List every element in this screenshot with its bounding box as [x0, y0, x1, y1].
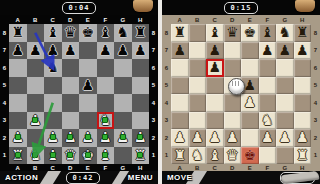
piece-team-marker-dot: [50, 134, 56, 140]
file-label-G: G: [114, 165, 132, 171]
square-d2[interactable]: ♟: [224, 129, 242, 147]
piece-black-knight-g8: ♞: [278, 24, 291, 41]
square-e4[interactable]: [79, 94, 97, 112]
square-f7[interactable]: ♟: [97, 42, 115, 60]
square-g6[interactable]: [276, 59, 294, 77]
right-file-labels-top: ABCDEFGH: [171, 15, 320, 24]
piece-white-rook-a1: ♜: [173, 147, 186, 164]
rank-label-2: 2: [0, 129, 9, 147]
piece-team-marker-dot: [85, 134, 91, 140]
square-d6[interactable]: [224, 59, 242, 77]
square-c4[interactable]: [206, 94, 224, 112]
square-a6[interactable]: [171, 59, 189, 77]
piece-white-bishop-c1: ♝: [208, 147, 221, 164]
piece-team-marker-dot: [102, 152, 108, 158]
piece-black-pawn-d7: ♟: [64, 42, 77, 59]
square-g5[interactable]: [276, 77, 294, 95]
piece-white-king-e1: ♚: [243, 147, 256, 164]
file-label-A: A: [171, 165, 189, 171]
square-e1[interactable]: ♚: [79, 147, 97, 165]
photo-wedge: [40, 171, 61, 184]
square-b6[interactable]: [189, 59, 207, 77]
square-b4[interactable]: [27, 94, 45, 112]
photo-wedge: [112, 171, 129, 184]
square-h8[interactable]: ♜: [132, 24, 150, 42]
piece-team-marker-dot: [50, 152, 56, 158]
square-e7[interactable]: [241, 42, 259, 60]
square-d4[interactable]: [62, 94, 80, 112]
piece-team-marker-dot: [15, 152, 21, 158]
square-b5[interactable]: [27, 77, 45, 95]
square-a4[interactable]: [171, 94, 189, 112]
rank-label-8: 8: [149, 24, 158, 42]
left-top-bar: 0:04: [0, 0, 158, 15]
square-d1[interactable]: ♛: [62, 147, 80, 165]
piece-black-knight-g8: ♞: [116, 24, 129, 41]
square-f6[interactable]: [97, 59, 115, 77]
file-label-D: D: [62, 165, 80, 171]
piece-team-marker-dot: [137, 152, 143, 158]
rank-label-7: 7: [149, 42, 158, 60]
file-label-B: B: [27, 165, 45, 171]
square-c1[interactable]: ♝: [44, 147, 62, 165]
file-label-E: E: [241, 165, 259, 171]
square-d7[interactable]: [224, 42, 242, 60]
file-label-G: G: [276, 17, 294, 23]
square-b2[interactable]: [27, 129, 45, 147]
square-h2[interactable]: ♟: [294, 129, 312, 147]
file-label-E: E: [241, 17, 259, 23]
wood-photo-fragment: [295, 0, 315, 12]
square-g8[interactable]: ♞: [114, 24, 132, 42]
square-g4[interactable]: [276, 94, 294, 112]
file-label-D: D: [62, 17, 80, 23]
right-chess-board: ♜♝♛♚♝♞♜♟♟♟♟♟♟♟♟♞♟♟♟♟♟♟♟♜♞♝♛♚♜: [171, 24, 311, 164]
square-h2[interactable]: ♟: [132, 129, 150, 147]
square-c5[interactable]: [206, 77, 224, 95]
square-h7[interactable]: ♟: [132, 42, 150, 60]
piece-black-bishop-f8: ♝: [261, 24, 274, 41]
piece-white-pawn-a2: ♟: [173, 129, 186, 146]
file-label-G: G: [276, 165, 294, 171]
piece-black-rook-h8: ♜: [134, 24, 147, 41]
square-a5[interactable]: [9, 77, 27, 95]
file-label-D: D: [224, 17, 242, 23]
file-label-B: B: [27, 17, 45, 23]
square-b3[interactable]: [189, 112, 207, 130]
square-b7[interactable]: [189, 42, 207, 60]
square-e4[interactable]: ♟: [241, 94, 259, 112]
piece-black-pawn-c7: ♟: [208, 42, 221, 59]
left-bottom-bar: ACTION 0:42 MENU: [0, 171, 158, 184]
wood-photo-fragment: [133, 0, 153, 12]
file-label-E: E: [79, 165, 97, 171]
square-h4[interactable]: [132, 94, 150, 112]
square-f1[interactable]: ♝: [97, 147, 115, 165]
square-h4[interactable]: [294, 94, 312, 112]
rank-label-2: 2: [311, 129, 320, 147]
square-c8[interactable]: ♝: [206, 24, 224, 42]
file-label-D: D: [224, 165, 242, 171]
square-a4[interactable]: [9, 94, 27, 112]
move-button[interactable]: MOVE: [167, 173, 192, 182]
piece-white-pawn-g2: ♟: [278, 129, 291, 146]
square-f8[interactable]: ♝: [97, 24, 115, 42]
piece-black-king-e8: ♚: [243, 24, 256, 41]
piece-black-pawn-e5: ♟: [81, 77, 94, 94]
piece-black-pawn-g7: ♟: [116, 42, 129, 59]
square-f2[interactable]: ♟: [259, 129, 277, 147]
piece-white-queen-d1: ♛: [226, 147, 239, 164]
file-label-H: H: [132, 17, 150, 23]
right-top-bar: 0:15: [162, 0, 320, 15]
square-g1[interactable]: [114, 147, 132, 165]
piece-black-rook-a8: ♜: [173, 24, 186, 41]
square-d4[interactable]: [224, 94, 242, 112]
file-label-F: F: [259, 165, 277, 171]
square-f3[interactable]: ♞: [259, 112, 277, 130]
piece-black-bishop-f8: ♝: [99, 24, 112, 41]
square-f5[interactable]: [97, 77, 115, 95]
piece-white-pawn-c2: ♟: [208, 129, 221, 146]
piece-black-bishop-c8: ♝: [208, 24, 221, 41]
piece-black-knight-c6: ♞: [46, 59, 59, 76]
square-b8[interactable]: [189, 24, 207, 42]
square-b1[interactable]: ♞: [27, 147, 45, 165]
piece-team-marker-dot: [67, 152, 73, 158]
square-a1[interactable]: ♜: [9, 147, 27, 165]
square-e8[interactable]: ♚: [79, 24, 97, 42]
piece-black-pawn-c7: ♟: [46, 42, 59, 59]
piece-team-marker-dot: [15, 134, 21, 140]
piece-white-pawn-f2: ♟: [261, 129, 274, 146]
piece-team-marker-dot: [102, 117, 108, 123]
square-g1[interactable]: [276, 147, 294, 165]
piece-black-pawn-g7: ♟: [278, 42, 291, 59]
square-h3[interactable]: [294, 112, 312, 130]
rank-label-7: 7: [311, 42, 320, 60]
left-player-clock: 0:42: [66, 172, 101, 184]
piece-white-rook-h1: ♜: [296, 147, 309, 164]
piece-black-pawn-h7: ♟: [296, 42, 309, 59]
square-a1[interactable]: ♜: [171, 147, 189, 165]
piece-black-rook-a8: ♜: [11, 24, 24, 41]
right-file-labels-bottom: ABCDEFGH: [171, 164, 320, 171]
left-rank-labels-right: 87654321: [149, 24, 158, 164]
square-g3[interactable]: [114, 112, 132, 130]
square-d8[interactable]: ♛: [62, 24, 80, 42]
square-a2[interactable]: ♟: [9, 129, 27, 147]
right-rank-labels-left: 87654321: [162, 24, 171, 164]
file-label-E: E: [79, 17, 97, 23]
file-label-F: F: [97, 165, 115, 171]
square-b1[interactable]: ♞: [189, 147, 207, 165]
square-c3[interactable]: [44, 112, 62, 130]
square-h7[interactable]: ♟: [294, 42, 312, 60]
right-opponent-clock: 0:15: [224, 2, 259, 14]
square-g7[interactable]: ♟: [276, 42, 294, 60]
right-game-panel: 0:15 ABCDEFGH 87654321 ♜♝♛♚♝♞♜♟♟♟♟♟♟♟♟♞♟…: [162, 0, 320, 184]
right-bottom-bar: MOVE 0:04: [162, 171, 320, 184]
file-label-B: B: [189, 165, 207, 171]
piece-white-knight-f3: ♞: [261, 112, 274, 129]
left-file-labels-top: ABCDEFGH: [9, 15, 158, 24]
piece-white-pawn-h2: ♟: [296, 129, 309, 146]
rank-label-5: 5: [311, 77, 320, 95]
piece-black-queen-d8: ♛: [226, 24, 239, 41]
square-c4[interactable]: [44, 94, 62, 112]
square-c6[interactable]: ♞: [44, 59, 62, 77]
rank-label-3: 3: [162, 112, 171, 130]
square-e8[interactable]: ♚: [241, 24, 259, 42]
square-a8[interactable]: ♜: [171, 24, 189, 42]
right-board-frame: ABCDEFGH 87654321 ♜♝♛♚♝♞♜♟♟♟♟♟♟♟♟♞♟♟♟♟♟♟…: [162, 15, 320, 171]
square-e3[interactable]: [79, 112, 97, 130]
square-g4[interactable]: [114, 94, 132, 112]
square-g8[interactable]: ♞: [276, 24, 294, 42]
rank-label-3: 3: [149, 112, 158, 130]
piece-team-marker-dot: [102, 134, 108, 140]
rank-label-8: 8: [162, 24, 171, 42]
square-d3[interactable]: [224, 112, 242, 130]
square-b5[interactable]: [189, 77, 207, 95]
square-d7[interactable]: ♟: [62, 42, 80, 60]
piece-black-pawn-a7: ♟: [11, 42, 24, 59]
file-label-F: F: [259, 17, 277, 23]
file-label-C: C: [206, 17, 224, 23]
file-label-B: B: [189, 17, 207, 23]
rank-label-2: 2: [162, 129, 171, 147]
square-d6[interactable]: [62, 59, 80, 77]
square-g7[interactable]: ♟: [114, 42, 132, 60]
square-d5[interactable]: [62, 77, 80, 95]
file-label-H: H: [132, 165, 150, 171]
square-h5[interactable]: [294, 77, 312, 95]
action-button[interactable]: ACTION: [5, 173, 38, 182]
piece-team-marker-dot: [32, 152, 38, 158]
square-c2[interactable]: ♟: [206, 129, 224, 147]
left-rank-labels-left: 87654321: [0, 24, 9, 164]
square-g2[interactable]: ♟: [114, 129, 132, 147]
square-c3[interactable]: [206, 112, 224, 130]
file-label-C: C: [44, 17, 62, 23]
square-b8[interactable]: [27, 24, 45, 42]
square-b2[interactable]: ♟: [189, 129, 207, 147]
piece-team-marker-dot: [137, 134, 143, 140]
square-a8[interactable]: ♜: [9, 24, 27, 42]
square-e7[interactable]: [79, 42, 97, 60]
rank-label-5: 5: [149, 77, 158, 95]
rank-label-4: 4: [311, 94, 320, 112]
square-b4[interactable]: [189, 94, 207, 112]
left-file-labels-bottom: ABCDEFGH: [9, 164, 158, 171]
piece-team-marker-dot: [32, 117, 38, 123]
piece-team-marker-dot: [120, 134, 126, 140]
left-opponent-clock: 0:04: [62, 2, 97, 14]
piece-white-knight-b1: ♞: [191, 147, 204, 164]
rank-label-7: 7: [162, 42, 171, 60]
square-h1[interactable]: ♜: [132, 147, 150, 165]
square-a7[interactable]: ♟: [9, 42, 27, 60]
square-f2[interactable]: ♟: [97, 129, 115, 147]
piece-black-pawn-h7: ♟: [134, 42, 147, 59]
right-rank-labels-right: 87654321: [311, 24, 320, 164]
file-label-H: H: [294, 17, 312, 23]
square-f3[interactable]: ♞: [97, 112, 115, 130]
piece-white-pawn-d2: ♟: [226, 129, 239, 146]
square-e1[interactable]: ♚: [241, 147, 259, 165]
square-c7[interactable]: ♟: [44, 42, 62, 60]
square-f4[interactable]: [97, 94, 115, 112]
rank-label-3: 3: [0, 112, 9, 130]
rank-label-1: 1: [162, 147, 171, 165]
square-h6[interactable]: [294, 59, 312, 77]
square-g3[interactable]: [276, 112, 294, 130]
rank-label-6: 6: [162, 59, 171, 77]
square-e2[interactable]: ♟: [79, 129, 97, 147]
square-c5[interactable]: [44, 77, 62, 95]
square-f5[interactable]: [259, 77, 277, 95]
piece-black-pawn-f7: ♟: [261, 42, 274, 59]
hand-cursor-icon: [228, 78, 245, 95]
piece-white-pawn-e4: ♟: [243, 94, 256, 111]
square-a7[interactable]: ♟: [171, 42, 189, 60]
square-d2[interactable]: ♟: [62, 129, 80, 147]
rank-label-5: 5: [162, 77, 171, 95]
rank-label-1: 1: [149, 147, 158, 165]
square-f8[interactable]: ♝: [259, 24, 277, 42]
rank-label-6: 6: [149, 59, 158, 77]
square-e2[interactable]: [241, 129, 259, 147]
square-d1[interactable]: ♛: [224, 147, 242, 165]
square-g2[interactable]: ♟: [276, 129, 294, 147]
menu-button[interactable]: MENU: [128, 173, 153, 182]
square-h6[interactable]: [132, 59, 150, 77]
square-c2[interactable]: ♟: [44, 129, 62, 147]
square-b3[interactable]: ♟: [27, 112, 45, 130]
square-c1[interactable]: ♝: [206, 147, 224, 165]
piece-black-pawn-b7: ♟: [29, 42, 42, 59]
piece-team-marker-dot: [85, 152, 91, 158]
square-h8[interactable]: ♜: [294, 24, 312, 42]
square-e6[interactable]: [241, 59, 259, 77]
square-e6[interactable]: [79, 59, 97, 77]
rank-label-4: 4: [149, 94, 158, 112]
rank-label-4: 4: [162, 94, 171, 112]
rank-label-5: 5: [0, 77, 9, 95]
square-b7[interactable]: ♟: [27, 42, 45, 60]
piece-black-pawn-e5: ♟: [243, 77, 256, 94]
square-d3[interactable]: [62, 112, 80, 130]
rank-label-8: 8: [0, 24, 9, 42]
square-d8[interactable]: ♛: [224, 24, 242, 42]
square-a5[interactable]: [171, 77, 189, 95]
file-label-G: G: [114, 17, 132, 23]
rank-label-1: 1: [311, 147, 320, 165]
square-h5[interactable]: [132, 77, 150, 95]
square-g6[interactable]: [114, 59, 132, 77]
piece-white-pawn-b2: ♟: [191, 129, 204, 146]
left-chess-board: ♜♝♛♚♝♞♜♟♟♟♟♟♟♟♞♟♟♞♟♟♟♟♟♟♟♜♞♝♛♚♝♜: [9, 24, 149, 164]
rank-label-6: 6: [0, 59, 9, 77]
square-f7[interactable]: ♟: [259, 42, 277, 60]
piece-black-pawn-c6: ♟: [208, 59, 221, 76]
file-label-F: F: [97, 17, 115, 23]
file-label-C: C: [44, 165, 62, 171]
square-h3[interactable]: [132, 112, 150, 130]
piece-black-pawn-f7: ♟: [99, 42, 112, 59]
rank-label-1: 1: [0, 147, 9, 165]
square-a3[interactable]: [9, 112, 27, 130]
rank-label-4: 4: [0, 94, 9, 112]
square-c7[interactable]: ♟: [206, 42, 224, 60]
piece-black-queen-d8: ♛: [64, 24, 77, 41]
piece-black-pawn-a7: ♟: [173, 42, 186, 59]
rank-label-2: 2: [149, 129, 158, 147]
square-a2[interactable]: ♟: [171, 129, 189, 147]
square-e3[interactable]: [241, 112, 259, 130]
file-label-A: A: [171, 17, 189, 23]
square-b6[interactable]: [27, 59, 45, 77]
square-a6[interactable]: [9, 59, 27, 77]
square-c8[interactable]: ♝: [44, 24, 62, 42]
square-f6[interactable]: [259, 59, 277, 77]
piece-black-bishop-c8: ♝: [46, 24, 59, 41]
rank-label-8: 8: [311, 24, 320, 42]
square-f1[interactable]: [259, 147, 277, 165]
square-h1[interactable]: ♜: [294, 147, 312, 165]
square-c6[interactable]: ♟: [206, 59, 224, 77]
left-game-panel: 0:04 ABCDEFGH 87654321 ♜♝♛♚♝♞♜♟♟♟♟♟♟♟♞♟♟…: [0, 0, 158, 184]
piece-black-rook-h8: ♜: [296, 24, 309, 41]
file-label-H: H: [294, 165, 312, 171]
rank-label-6: 6: [311, 59, 320, 77]
square-f4[interactable]: [259, 94, 277, 112]
file-label-A: A: [9, 165, 27, 171]
piece-black-king-e8: ♚: [81, 24, 94, 41]
file-label-A: A: [9, 17, 27, 23]
rank-label-3: 3: [311, 112, 320, 130]
dual-chess-app-screenshot: 0:04 ABCDEFGH 87654321 ♜♝♛♚♝♞♜♟♟♟♟♟♟♟♞♟♟…: [0, 0, 320, 184]
square-e5[interactable]: ♟: [79, 77, 97, 95]
square-a3[interactable]: [171, 112, 189, 130]
piece-team-marker-dot: [67, 134, 73, 140]
square-g5[interactable]: [114, 77, 132, 95]
rank-label-7: 7: [0, 42, 9, 60]
file-label-C: C: [206, 165, 224, 171]
left-board-frame: ABCDEFGH 87654321 ♜♝♛♚♝♞♜♟♟♟♟♟♟♟♞♟♟♞♟♟♟♟…: [0, 15, 158, 171]
